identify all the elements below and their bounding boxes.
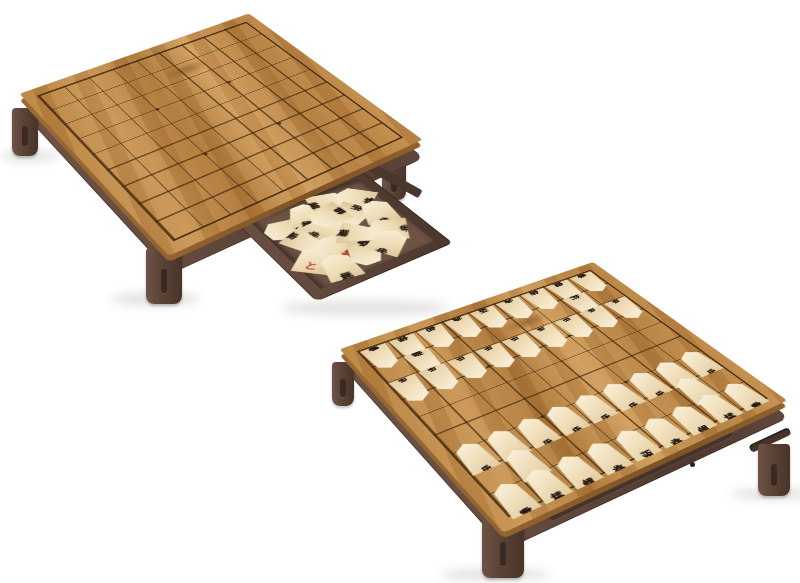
piece-kanji: 銀将 xyxy=(433,335,443,339)
piece-kanji: 歩兵 xyxy=(694,360,703,364)
piece-kanji: 金将 xyxy=(353,194,357,201)
piece-kanji: 歩兵 xyxy=(520,345,530,349)
piece-kanji: 歩兵 xyxy=(406,387,417,391)
piece-kanji: 歩兵 xyxy=(493,355,503,359)
piece-kanji: 香車 xyxy=(738,393,747,397)
piece-kanji: 角行 xyxy=(580,303,589,306)
piece-kanji: 金将 xyxy=(601,454,612,459)
piece-kanji: 銀将 xyxy=(324,213,332,219)
piece-kanji: 飛車 xyxy=(690,387,699,391)
piece-kanji: 飛車 xyxy=(420,360,430,364)
piece-kanji: 歩兵 xyxy=(383,240,395,243)
piece-kanji: 歩兵 xyxy=(643,382,653,386)
piece-kanji: 飛車 xyxy=(358,231,360,239)
piece-kanji: 金将 xyxy=(358,253,371,254)
piece-kanji: と xyxy=(305,255,321,266)
piece-kanji: 金将 xyxy=(460,326,470,329)
piece-kanji: 角行 xyxy=(520,461,531,466)
piece-kanji: 香車 xyxy=(376,355,387,359)
piece-kanji: 香車 xyxy=(587,281,596,284)
drawer-pull-hole xyxy=(690,462,695,467)
piece-kanji: 香車 xyxy=(508,496,520,501)
piece-kanji: 歩兵 xyxy=(469,454,480,459)
board-leg xyxy=(758,444,790,496)
piece-kanji: 銀将 xyxy=(571,467,582,472)
piece-kanji: 桂馬 xyxy=(713,404,723,408)
piece-kanji: 歩兵 xyxy=(282,227,285,234)
shogi-set-photo: 歩兵 桂馬 銀将 金将 香車 歩兵 角行 歩兵 と 成銀 飛車 歩兵 桂馬 金将… xyxy=(0,0,800,583)
piece-kanji: 金将 xyxy=(659,428,669,433)
piece-kanji: 歩兵 xyxy=(531,429,542,434)
piece-kanji: 歩兵 xyxy=(560,416,570,420)
piece-kanji: 香車 xyxy=(301,238,309,244)
piece-kanji: 歩兵 xyxy=(669,371,678,375)
piece-kanji: 桂馬 xyxy=(334,265,346,268)
piece-kanji: 銀将 xyxy=(538,298,547,301)
piece-kanji: 歩兵 xyxy=(588,405,598,409)
piece-kanji: 桂馬 xyxy=(540,481,551,486)
piece-kanji: 桂馬 xyxy=(405,345,415,349)
piece-kanji: 玉将 xyxy=(487,316,497,319)
floor-shadow xyxy=(280,300,450,316)
piece-kanji: 歩兵 xyxy=(465,366,475,370)
piece-kanji: 歩兵 xyxy=(373,210,385,212)
piece-kanji: 歩兵 xyxy=(500,441,511,446)
piece-kanji: 歩兵 xyxy=(436,376,447,380)
piece-kanji: 歩兵 xyxy=(622,307,631,310)
piece-kanji: 金将 xyxy=(513,307,522,310)
piece-kanji: 歩兵 xyxy=(572,326,581,329)
piece-kanji: 成銀 xyxy=(332,244,341,250)
piece-kanji: 王将 xyxy=(630,441,640,446)
piece-kanji: 銀将 xyxy=(686,416,696,420)
piece-kanji: 歩兵 xyxy=(616,393,626,397)
piece-kanji: 歩兵 xyxy=(597,316,606,319)
piece-kanji: 桂馬 xyxy=(563,290,572,293)
piece-kanji: 歩兵 xyxy=(546,335,555,339)
